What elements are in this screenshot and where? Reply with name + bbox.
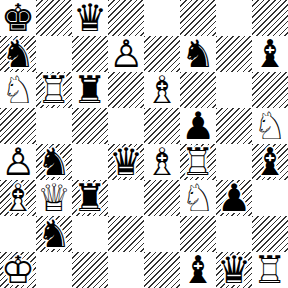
square-a8[interactable]: ♚♚ bbox=[0, 0, 36, 36]
square-f5[interactable]: ♟♟ bbox=[180, 108, 216, 144]
square-d8[interactable] bbox=[108, 0, 144, 36]
piece-glyph: ♙ bbox=[0, 144, 36, 180]
piece-glyph: ♜ bbox=[72, 72, 108, 108]
white-pawn[interactable]: ♟♙ bbox=[0, 144, 36, 180]
square-f3[interactable]: ♞♘ bbox=[180, 180, 216, 216]
square-b2[interactable]: ♞♞ bbox=[36, 216, 72, 252]
piece-glyph: ♘ bbox=[0, 72, 36, 108]
square-c3[interactable]: ♜♜ bbox=[72, 180, 108, 216]
square-b4[interactable]: ♞♞ bbox=[36, 144, 72, 180]
white-knight[interactable]: ♞♘ bbox=[0, 72, 36, 108]
square-g4[interactable] bbox=[216, 144, 252, 180]
piece-glyph: ♘ bbox=[252, 108, 288, 144]
square-h5[interactable]: ♞♘ bbox=[252, 108, 288, 144]
square-c2[interactable] bbox=[72, 216, 108, 252]
square-h8[interactable] bbox=[252, 0, 288, 36]
black-queen[interactable]: ♛♛ bbox=[72, 0, 108, 36]
square-c5[interactable] bbox=[72, 108, 108, 144]
square-e1[interactable] bbox=[144, 252, 180, 288]
piece-glyph: ♞ bbox=[180, 36, 216, 72]
white-king[interactable]: ♚♔ bbox=[0, 252, 36, 288]
piece-glyph: ♗ bbox=[144, 72, 180, 108]
black-bishop[interactable]: ♝♝ bbox=[252, 144, 288, 180]
white-bishop[interactable]: ♝♗ bbox=[144, 144, 180, 180]
piece-glyph: ♜ bbox=[72, 180, 108, 216]
square-c4[interactable] bbox=[72, 144, 108, 180]
black-queen[interactable]: ♛♛ bbox=[216, 252, 252, 288]
square-h7[interactable]: ♝♝ bbox=[252, 36, 288, 72]
square-d5[interactable] bbox=[108, 108, 144, 144]
square-d2[interactable] bbox=[108, 216, 144, 252]
square-e3[interactable] bbox=[144, 180, 180, 216]
piece-glyph: ♞ bbox=[36, 216, 72, 252]
square-d4[interactable]: ♛♛ bbox=[108, 144, 144, 180]
black-king[interactable]: ♚♚ bbox=[0, 0, 36, 36]
square-e8[interactable] bbox=[144, 0, 180, 36]
piece-glyph: ♟ bbox=[180, 108, 216, 144]
black-pawn[interactable]: ♟♟ bbox=[180, 108, 216, 144]
square-a4[interactable]: ♟♙ bbox=[0, 144, 36, 180]
piece-glyph: ♛ bbox=[216, 252, 252, 288]
piece-glyph: ♝ bbox=[252, 36, 288, 72]
square-e6[interactable]: ♝♗ bbox=[144, 72, 180, 108]
black-knight[interactable]: ♞♞ bbox=[180, 36, 216, 72]
square-g2[interactable] bbox=[216, 216, 252, 252]
piece-glyph: ♖ bbox=[252, 252, 288, 288]
piece-glyph: ♞ bbox=[0, 36, 36, 72]
square-g1[interactable]: ♛♛ bbox=[216, 252, 252, 288]
square-e4[interactable]: ♝♗ bbox=[144, 144, 180, 180]
white-rook[interactable]: ♜♖ bbox=[180, 144, 216, 180]
black-knight[interactable]: ♞♞ bbox=[36, 216, 72, 252]
piece-glyph: ♕ bbox=[36, 180, 72, 216]
square-a3[interactable]: ♝♗ bbox=[0, 180, 36, 216]
square-b8[interactable] bbox=[36, 0, 72, 36]
white-knight[interactable]: ♞♘ bbox=[180, 180, 216, 216]
piece-glyph: ♟ bbox=[216, 180, 252, 216]
white-knight[interactable]: ♞♘ bbox=[252, 108, 288, 144]
square-d6[interactable] bbox=[108, 72, 144, 108]
square-a5[interactable] bbox=[0, 108, 36, 144]
chess-board: ♚♚♛♛♞♞♟♙♞♞♝♝♞♘♜♖♜♜♝♗♟♟♞♘♟♙♞♞♛♛♝♗♜♖♝♝♝♗♛♕… bbox=[0, 0, 288, 288]
square-g8[interactable] bbox=[216, 0, 252, 36]
black-rook[interactable]: ♜♜ bbox=[72, 72, 108, 108]
square-g7[interactable] bbox=[216, 36, 252, 72]
square-b1[interactable] bbox=[36, 252, 72, 288]
piece-glyph: ♚ bbox=[0, 0, 36, 36]
piece-glyph: ♝ bbox=[180, 252, 216, 288]
piece-glyph: ♝ bbox=[252, 144, 288, 180]
square-g3[interactable]: ♟♟ bbox=[216, 180, 252, 216]
square-d1[interactable] bbox=[108, 252, 144, 288]
black-knight[interactable]: ♞♞ bbox=[36, 144, 72, 180]
white-bishop[interactable]: ♝♗ bbox=[144, 72, 180, 108]
piece-glyph: ♖ bbox=[36, 72, 72, 108]
square-f1[interactable]: ♝♝ bbox=[180, 252, 216, 288]
piece-glyph: ♗ bbox=[144, 144, 180, 180]
square-e2[interactable] bbox=[144, 216, 180, 252]
square-h2[interactable] bbox=[252, 216, 288, 252]
square-h3[interactable] bbox=[252, 180, 288, 216]
square-a6[interactable]: ♞♘ bbox=[0, 72, 36, 108]
square-f7[interactable]: ♞♞ bbox=[180, 36, 216, 72]
piece-glyph: ♛ bbox=[108, 144, 144, 180]
white-bishop[interactable]: ♝♗ bbox=[0, 180, 36, 216]
square-d3[interactable] bbox=[108, 180, 144, 216]
white-rook[interactable]: ♜♖ bbox=[252, 252, 288, 288]
square-h6[interactable] bbox=[252, 72, 288, 108]
square-g5[interactable] bbox=[216, 108, 252, 144]
piece-glyph: ♗ bbox=[0, 180, 36, 216]
black-knight[interactable]: ♞♞ bbox=[0, 36, 36, 72]
square-f2[interactable] bbox=[180, 216, 216, 252]
square-e7[interactable] bbox=[144, 36, 180, 72]
black-pawn[interactable]: ♟♟ bbox=[216, 180, 252, 216]
piece-glyph: ♘ bbox=[180, 180, 216, 216]
white-pawn[interactable]: ♟♙ bbox=[108, 36, 144, 72]
square-d7[interactable]: ♟♙ bbox=[108, 36, 144, 72]
square-c7[interactable] bbox=[72, 36, 108, 72]
black-queen[interactable]: ♛♛ bbox=[108, 144, 144, 180]
square-c6[interactable]: ♜♜ bbox=[72, 72, 108, 108]
square-b5[interactable] bbox=[36, 108, 72, 144]
square-h1[interactable]: ♜♖ bbox=[252, 252, 288, 288]
square-c8[interactable]: ♛♛ bbox=[72, 0, 108, 36]
square-f8[interactable] bbox=[180, 0, 216, 36]
square-g6[interactable] bbox=[216, 72, 252, 108]
square-a2[interactable] bbox=[0, 216, 36, 252]
square-a1[interactable]: ♚♔ bbox=[0, 252, 36, 288]
square-c1[interactable] bbox=[72, 252, 108, 288]
square-a7[interactable]: ♞♞ bbox=[0, 36, 36, 72]
piece-glyph: ♖ bbox=[180, 144, 216, 180]
white-queen[interactable]: ♛♕ bbox=[36, 180, 72, 216]
square-b6[interactable]: ♜♖ bbox=[36, 72, 72, 108]
piece-glyph: ♞ bbox=[36, 144, 72, 180]
white-rook[interactable]: ♜♖ bbox=[36, 72, 72, 108]
piece-glyph: ♔ bbox=[0, 252, 36, 288]
black-bishop[interactable]: ♝♝ bbox=[252, 36, 288, 72]
piece-glyph: ♙ bbox=[108, 36, 144, 72]
square-b7[interactable] bbox=[36, 36, 72, 72]
square-b3[interactable]: ♛♕ bbox=[36, 180, 72, 216]
black-bishop[interactable]: ♝♝ bbox=[180, 252, 216, 288]
square-f6[interactable] bbox=[180, 72, 216, 108]
square-f4[interactable]: ♜♖ bbox=[180, 144, 216, 180]
square-e5[interactable] bbox=[144, 108, 180, 144]
black-rook[interactable]: ♜♜ bbox=[72, 180, 108, 216]
piece-glyph: ♛ bbox=[72, 0, 108, 36]
square-h4[interactable]: ♝♝ bbox=[252, 144, 288, 180]
